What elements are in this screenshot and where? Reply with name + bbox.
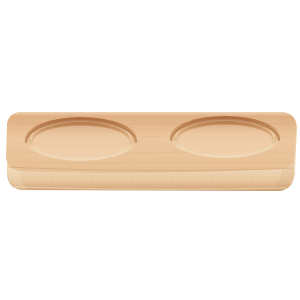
right-recess-floor [178,125,272,156]
left-recess-floor [33,126,129,159]
left-recess [25,117,137,161]
product-photo [0,0,300,300]
right-recess [170,116,280,158]
wooden-tray-illustration [0,0,300,300]
